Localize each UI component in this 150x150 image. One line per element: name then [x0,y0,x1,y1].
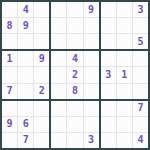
sudoku-box-7: 967 [2,101,49,148]
sudoku-cell-r4c9[interactable] [133,51,148,66]
sudoku-cell-r2c5[interactable] [67,18,82,33]
sudoku-cell-r1c9[interactable]: 3 [133,2,148,17]
sudoku-cell-r5c4[interactable] [51,67,66,82]
sudoku-cell-r2c4[interactable] [51,18,66,33]
sudoku-cell-r3c8[interactable] [117,34,132,49]
sudoku-cell-r7c1[interactable] [2,101,17,116]
sudoku-cell-r6c7[interactable] [101,84,116,99]
sudoku-cell-r6c5[interactable]: 8 [67,84,82,99]
sudoku-cell-r3c4[interactable] [51,34,66,49]
sudoku-cell-r1c4[interactable] [51,2,66,17]
sudoku-cell-r3c3[interactable] [34,34,49,49]
sudoku-cell-r8c5[interactable] [67,117,82,132]
sudoku-cell-r9c6[interactable]: 3 [84,133,99,148]
sudoku-box-6: 31 [101,51,148,98]
sudoku-board: 489935197242831967374 [0,0,150,150]
sudoku-cell-r3c1[interactable] [2,34,17,49]
sudoku-cell-r9c9[interactable]: 4 [133,133,148,148]
sudoku-box-5: 428 [51,51,98,98]
sudoku-cell-r1c6[interactable]: 9 [84,2,99,17]
sudoku-cell-r7c4[interactable] [51,101,66,116]
sudoku-box-1: 489 [2,2,49,49]
sudoku-cell-r4c5[interactable]: 4 [67,51,82,66]
sudoku-cell-r4c2[interactable] [18,51,33,66]
sudoku-cell-r2c1[interactable]: 8 [2,18,17,33]
sudoku-cell-r5c8[interactable]: 1 [117,67,132,82]
sudoku-cell-r2c2[interactable]: 9 [18,18,33,33]
sudoku-cell-r7c9[interactable]: 7 [133,101,148,116]
sudoku-cell-r9c3[interactable] [34,133,49,148]
sudoku-cell-r9c8[interactable] [117,133,132,148]
sudoku-cell-r2c3[interactable] [34,18,49,33]
sudoku-cell-r5c6[interactable] [84,67,99,82]
sudoku-cell-r5c9[interactable] [133,67,148,82]
sudoku-cell-r4c4[interactable] [51,51,66,66]
sudoku-box-3: 35 [101,2,148,49]
sudoku-cell-r7c6[interactable] [84,101,99,116]
sudoku-cell-r9c1[interactable] [2,133,17,148]
sudoku-cell-r2c6[interactable] [84,18,99,33]
sudoku-cell-r4c8[interactable] [117,51,132,66]
sudoku-cell-r7c8[interactable] [117,101,132,116]
sudoku-cell-r4c7[interactable] [101,51,116,66]
sudoku-cell-r5c7[interactable]: 3 [101,67,116,82]
sudoku-cell-r1c3[interactable] [34,2,49,17]
sudoku-cell-r6c8[interactable] [117,84,132,99]
sudoku-cell-r8c7[interactable] [101,117,116,132]
sudoku-box-9: 74 [101,101,148,148]
sudoku-box-8: 3 [51,101,98,148]
sudoku-cell-r8c6[interactable] [84,117,99,132]
sudoku-cell-r1c8[interactable] [117,2,132,17]
sudoku-cell-r5c5[interactable]: 2 [67,67,82,82]
sudoku-cell-r7c5[interactable] [67,101,82,116]
sudoku-cell-r3c2[interactable] [18,34,33,49]
sudoku-cell-r1c5[interactable] [67,2,82,17]
sudoku-cell-r7c7[interactable] [101,101,116,116]
sudoku-cell-r3c7[interactable] [101,34,116,49]
sudoku-box-2: 9 [51,2,98,49]
sudoku-box-4: 1972 [2,51,49,98]
sudoku-cell-r1c2[interactable]: 4 [18,2,33,17]
sudoku-cell-r8c4[interactable] [51,117,66,132]
sudoku-cell-r9c7[interactable] [101,133,116,148]
sudoku-cell-r6c3[interactable]: 2 [34,84,49,99]
sudoku-cell-r6c9[interactable] [133,84,148,99]
sudoku-cell-r8c9[interactable] [133,117,148,132]
sudoku-cell-r9c2[interactable]: 7 [18,133,33,148]
sudoku-cell-r6c1[interactable]: 7 [2,84,17,99]
sudoku-cell-r4c3[interactable]: 9 [34,51,49,66]
sudoku-cell-r3c6[interactable] [84,34,99,49]
sudoku-cell-r5c1[interactable] [2,67,17,82]
sudoku-cell-r8c3[interactable] [34,117,49,132]
sudoku-cell-r1c7[interactable] [101,2,116,17]
sudoku-cell-r9c5[interactable] [67,133,82,148]
sudoku-cell-r9c4[interactable] [51,133,66,148]
sudoku-cell-r6c6[interactable] [84,84,99,99]
sudoku-cell-r5c3[interactable] [34,67,49,82]
sudoku-cell-r8c8[interactable] [117,117,132,132]
sudoku-cell-r3c9[interactable]: 5 [133,34,148,49]
sudoku-cell-r2c8[interactable] [117,18,132,33]
sudoku-cell-r8c1[interactable]: 9 [2,117,17,132]
sudoku-cell-r2c9[interactable] [133,18,148,33]
sudoku-cell-r4c6[interactable] [84,51,99,66]
sudoku-cell-r7c3[interactable] [34,101,49,116]
sudoku-cell-r1c1[interactable] [2,2,17,17]
sudoku-cell-r5c2[interactable] [18,67,33,82]
sudoku-cell-r4c1[interactable]: 1 [2,51,17,66]
sudoku-cell-r2c7[interactable] [101,18,116,33]
sudoku-cell-r6c4[interactable] [51,84,66,99]
sudoku-cell-r6c2[interactable] [18,84,33,99]
sudoku-cell-r8c2[interactable]: 6 [18,117,33,132]
sudoku-cell-r7c2[interactable] [18,101,33,116]
sudoku-cell-r3c5[interactable] [67,34,82,49]
